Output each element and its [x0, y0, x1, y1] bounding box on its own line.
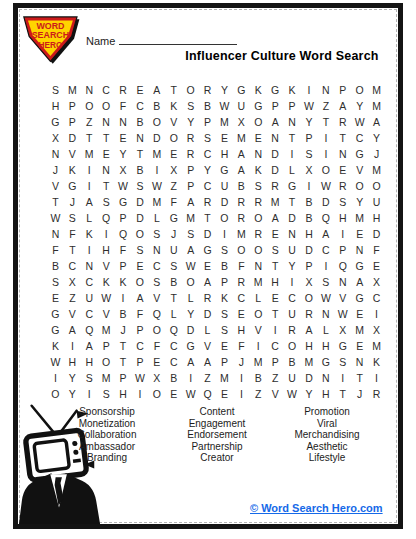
grid-cell[interactable]: M [148, 194, 165, 210]
grid-cell[interactable]: O [317, 162, 334, 178]
grid-cell[interactable]: G [47, 322, 64, 338]
grid-cell[interactable]: E [267, 290, 284, 306]
grid-cell[interactable]: A [368, 114, 385, 130]
grid-cell[interactable]: N [98, 162, 115, 178]
grid-cell[interactable]: I [131, 386, 148, 402]
grid-cell[interactable]: N [334, 146, 351, 162]
grid-cell[interactable]: P [267, 354, 284, 370]
grid-cell[interactable]: I [300, 82, 317, 98]
grid-cell[interactable]: B [216, 258, 233, 274]
grid-cell[interactable]: K [115, 274, 132, 290]
grid-cell[interactable]: W [284, 386, 301, 402]
grid-cell[interactable]: X [368, 274, 385, 290]
grid-cell[interactable]: U [216, 178, 233, 194]
grid-cell[interactable]: T [317, 114, 334, 130]
grid-cell[interactable]: M [233, 226, 250, 242]
grid-cell[interactable]: E [351, 306, 368, 322]
grid-cell[interactable]: H [317, 338, 334, 354]
grid-cell[interactable]: B [284, 354, 301, 370]
grid-cell[interactable]: T [284, 130, 301, 146]
grid-cell[interactable]: G [351, 258, 368, 274]
grid-cell[interactable]: L [199, 322, 216, 338]
grid-cell[interactable]: I [368, 370, 385, 386]
grid-cell[interactable]: N [351, 242, 368, 258]
grid-cell[interactable]: V [64, 146, 81, 162]
grid-cell[interactable]: U [81, 290, 98, 306]
grid-cell[interactable]: S [131, 178, 148, 194]
grid-cell[interactable]: T [165, 82, 182, 98]
grid-cell[interactable]: K [81, 226, 98, 242]
grid-cell[interactable]: N [250, 258, 267, 274]
grid-cell[interactable]: D [267, 146, 284, 162]
grid-cell[interactable]: Z [64, 290, 81, 306]
grid-cell[interactable]: P [115, 210, 132, 226]
grid-cell[interactable]: E [334, 162, 351, 178]
grid-cell[interactable]: Q [334, 258, 351, 274]
grid-cell[interactable]: R [199, 194, 216, 210]
grid-cell[interactable]: N [131, 130, 148, 146]
grid-cell[interactable]: K [165, 98, 182, 114]
grid-cell[interactable]: G [334, 338, 351, 354]
grid-cell[interactable]: C [317, 242, 334, 258]
grid-cell[interactable]: M [368, 98, 385, 114]
grid-cell[interactable]: F [368, 242, 385, 258]
grid-cell[interactable]: R [250, 194, 267, 210]
grid-cell[interactable]: I [317, 146, 334, 162]
grid-cell[interactable]: C [284, 290, 301, 306]
grid-cell[interactable]: U [284, 242, 301, 258]
grid-cell[interactable]: N [115, 114, 132, 130]
grid-cell[interactable]: W [334, 306, 351, 322]
grid-cell[interactable]: S [165, 258, 182, 274]
grid-cell[interactable]: P [216, 354, 233, 370]
grid-cell[interactable]: B [131, 162, 148, 178]
grid-cell[interactable]: H [216, 146, 233, 162]
grid-cell[interactable]: P [182, 178, 199, 194]
grid-cell[interactable]: A [233, 162, 250, 178]
grid-cell[interactable]: M [81, 146, 98, 162]
grid-cell[interactable]: C [81, 306, 98, 322]
grid-cell[interactable]: N [284, 226, 301, 242]
grid-cell[interactable]: O [368, 178, 385, 194]
grid-cell[interactable]: T [64, 242, 81, 258]
grid-cell[interactable]: S [182, 98, 199, 114]
grid-cell[interactable]: E [216, 130, 233, 146]
grid-cell[interactable]: C [64, 258, 81, 274]
grid-cell[interactable]: E [368, 258, 385, 274]
grid-cell[interactable]: O [182, 274, 199, 290]
grid-cell[interactable]: M [250, 354, 267, 370]
grid-cell[interactable]: N [317, 82, 334, 98]
grid-cell[interactable]: S [64, 210, 81, 226]
grid-cell[interactable]: G [267, 82, 284, 98]
grid-cell[interactable]: N [148, 242, 165, 258]
grid-cell[interactable]: C [131, 338, 148, 354]
grid-cell[interactable]: I [284, 274, 301, 290]
grid-cell[interactable]: I [368, 306, 385, 322]
grid-cell[interactable]: I [250, 338, 267, 354]
grid-cell[interactable]: X [368, 322, 385, 338]
grid-cell[interactable]: G [47, 114, 64, 130]
grid-cell[interactable]: D [317, 194, 334, 210]
grid-cell[interactable]: B [148, 98, 165, 114]
grid-cell[interactable]: N [317, 306, 334, 322]
grid-cell[interactable]: F [64, 226, 81, 242]
grid-cell[interactable]: D [182, 322, 199, 338]
grid-cell[interactable]: L [148, 210, 165, 226]
grid-cell[interactable]: L [284, 162, 301, 178]
grid-cell[interactable]: G [351, 146, 368, 162]
grid-cell[interactable]: A [182, 354, 199, 370]
grid-cell[interactable]: N [351, 354, 368, 370]
grid-cell[interactable]: A [317, 226, 334, 242]
grid-cell[interactable]: S [131, 242, 148, 258]
grid-cell[interactable]: R [182, 146, 199, 162]
grid-cell[interactable]: M [98, 322, 115, 338]
grid-cell[interactable]: O [182, 82, 199, 98]
grid-cell[interactable]: A [334, 98, 351, 114]
grid-cell[interactable]: O [250, 242, 267, 258]
grid-cell[interactable]: S [334, 354, 351, 370]
grid-cell[interactable]: R [233, 210, 250, 226]
grid-cell[interactable]: N [47, 146, 64, 162]
grid-cell[interactable]: V [199, 338, 216, 354]
grid-cell[interactable]: E [165, 146, 182, 162]
grid-cell[interactable]: O [216, 210, 233, 226]
grid-cell[interactable]: C [131, 98, 148, 114]
grid-cell[interactable]: P [98, 338, 115, 354]
grid-cell[interactable]: B [300, 194, 317, 210]
grid-cell[interactable]: M [368, 82, 385, 98]
grid-cell[interactable]: A [199, 354, 216, 370]
grid-cell[interactable]: C [351, 130, 368, 146]
grid-cell[interactable]: H [233, 322, 250, 338]
grid-cell[interactable]: Y [182, 306, 199, 322]
grid-cell[interactable]: G [47, 306, 64, 322]
grid-cell[interactable]: W [351, 114, 368, 130]
grid-cell[interactable]: G [115, 194, 132, 210]
grid-cell[interactable]: M [216, 370, 233, 386]
grid-cell[interactable]: Y [284, 258, 301, 274]
grid-cell[interactable]: M [300, 354, 317, 370]
grid-cell[interactable]: O [284, 338, 301, 354]
grid-cell[interactable]: W [115, 178, 132, 194]
grid-cell[interactable]: U [284, 306, 301, 322]
grid-cell[interactable]: D [131, 194, 148, 210]
grid-cell[interactable]: Z [81, 114, 98, 130]
grid-cell[interactable]: C [165, 354, 182, 370]
grid-cell[interactable]: J [368, 146, 385, 162]
grid-cell[interactable]: I [334, 226, 351, 242]
grid-cell[interactable]: Q [98, 210, 115, 226]
grid-cell[interactable]: D [216, 194, 233, 210]
grid-cell[interactable]: O [148, 322, 165, 338]
grid-cell[interactable]: Z [250, 386, 267, 402]
grid-cell[interactable]: D [284, 210, 301, 226]
grid-cell[interactable]: I [81, 178, 98, 194]
grid-cell[interactable]: A [81, 338, 98, 354]
grid-cell[interactable]: J [233, 354, 250, 370]
grid-cell[interactable]: N [81, 258, 98, 274]
grid-cell[interactable]: O [148, 386, 165, 402]
grid-cell[interactable]: E [351, 338, 368, 354]
grid-cell[interactable]: F [233, 338, 250, 354]
grid-cell[interactable]: X [334, 322, 351, 338]
grid-cell[interactable]: P [334, 82, 351, 98]
grid-cell[interactable]: R [267, 178, 284, 194]
grid-cell[interactable]: A [300, 322, 317, 338]
grid-cell[interactable]: R [233, 194, 250, 210]
grid-cell[interactable]: V [148, 290, 165, 306]
grid-cell[interactable]: S [334, 194, 351, 210]
grid-cell[interactable]: D [267, 162, 284, 178]
grid-cell[interactable]: S [148, 274, 165, 290]
grid-cell[interactable]: E [98, 146, 115, 162]
grid-cell[interactable]: B [115, 306, 132, 322]
grid-cell[interactable]: M [351, 322, 368, 338]
grid-cell[interactable]: X [300, 162, 317, 178]
grid-cell[interactable]: O [165, 130, 182, 146]
grid-cell[interactable]: G [199, 242, 216, 258]
grid-cell[interactable]: W [98, 290, 115, 306]
grid-cell[interactable]: R [284, 322, 301, 338]
grid-cell[interactable]: Y [300, 114, 317, 130]
grid-cell[interactable]: T [98, 178, 115, 194]
grid-cell[interactable]: G [250, 98, 267, 114]
grid-cell[interactable]: F [115, 98, 132, 114]
grid-cell[interactable]: I [216, 226, 233, 242]
grid-cell[interactable]: Y [115, 146, 132, 162]
grid-cell[interactable]: P [115, 370, 132, 386]
grid-cell[interactable]: W [47, 210, 64, 226]
grid-cell[interactable]: V [250, 322, 267, 338]
grid-cell[interactable]: C [98, 82, 115, 98]
grid-cell[interactable]: J [115, 322, 132, 338]
grid-cell[interactable]: E [131, 258, 148, 274]
grid-cell[interactable]: K [368, 354, 385, 370]
grid-cell[interactable]: A [182, 194, 199, 210]
grid-cell[interactable]: F [233, 258, 250, 274]
grid-cell[interactable]: K [216, 290, 233, 306]
grid-cell[interactable]: W [131, 370, 148, 386]
grid-cell[interactable]: A [267, 114, 284, 130]
grid-cell[interactable]: H [368, 210, 385, 226]
grid-cell[interactable]: B [165, 370, 182, 386]
grid-cell[interactable]: B [131, 114, 148, 130]
grid-cell[interactable]: A [351, 274, 368, 290]
grid-cell[interactable]: R [199, 82, 216, 98]
grid-cell[interactable]: D [148, 130, 165, 146]
grid-cell[interactable]: Q [165, 322, 182, 338]
grid-cell[interactable]: V [165, 114, 182, 130]
grid-cell[interactable]: E [233, 306, 250, 322]
grid-cell[interactable]: T [115, 338, 132, 354]
grid-cell[interactable]: H [300, 338, 317, 354]
grid-cell[interactable]: Q [81, 322, 98, 338]
grid-cell[interactable]: C [199, 178, 216, 194]
grid-cell[interactable]: L [182, 290, 199, 306]
grid-cell[interactable]: T [165, 290, 182, 306]
grid-cell[interactable]: P [300, 130, 317, 146]
grid-cell[interactable]: H [115, 386, 132, 402]
grid-cell[interactable]: Q [115, 226, 132, 242]
grid-cell[interactable]: I [267, 322, 284, 338]
grid-cell[interactable]: A [267, 210, 284, 226]
grid-cell[interactable]: B [233, 178, 250, 194]
grid-cell[interactable]: M [351, 210, 368, 226]
grid-cell[interactable]: O [131, 226, 148, 242]
grid-cell[interactable]: H [317, 386, 334, 402]
grid-cell[interactable]: P [115, 258, 132, 274]
grid-cell[interactable]: O [250, 306, 267, 322]
grid-cell[interactable]: I [64, 338, 81, 354]
grid-cell[interactable]: P [199, 114, 216, 130]
grid-cell[interactable]: R [233, 274, 250, 290]
grid-cell[interactable]: E [131, 82, 148, 98]
grid-cell[interactable]: F [148, 338, 165, 354]
grid-cell[interactable]: M [64, 82, 81, 98]
grid-cell[interactable]: G [165, 210, 182, 226]
grid-cell[interactable]: M [368, 162, 385, 178]
grid-cell[interactable]: M [216, 114, 233, 130]
grid-cell[interactable]: B [300, 210, 317, 226]
grid-cell[interactable]: Y [182, 114, 199, 130]
grid-cell[interactable]: M [368, 338, 385, 354]
grid-cell[interactable]: C [81, 274, 98, 290]
word-search-hero-link[interactable]: © Word Search Hero.com [250, 502, 383, 514]
grid-cell[interactable]: S [148, 226, 165, 242]
grid-cell[interactable]: O [98, 98, 115, 114]
grid-cell[interactable]: P [216, 274, 233, 290]
grid-cell[interactable]: Z [267, 370, 284, 386]
grid-cell[interactable]: N [334, 274, 351, 290]
grid-cell[interactable]: D [368, 226, 385, 242]
grid-cell[interactable]: L [165, 306, 182, 322]
grid-cell[interactable]: F [47, 242, 64, 258]
grid-cell[interactable]: T [115, 354, 132, 370]
grid-cell[interactable]: O [81, 98, 98, 114]
grid-cell[interactable]: K [47, 338, 64, 354]
grid-cell[interactable]: I [300, 178, 317, 194]
grid-cell[interactable]: H [64, 354, 81, 370]
grid-cell[interactable]: Y [300, 386, 317, 402]
grid-cell[interactable]: Y [351, 98, 368, 114]
grid-cell[interactable]: M [267, 194, 284, 210]
grid-cell[interactable]: K [98, 274, 115, 290]
grid-cell[interactable]: R [115, 82, 132, 98]
grid-cell[interactable]: D [199, 226, 216, 242]
grid-cell[interactable]: G [317, 354, 334, 370]
grid-cell[interactable]: G [64, 178, 81, 194]
grid-cell[interactable]: X [165, 162, 182, 178]
grid-cell[interactable]: O [250, 114, 267, 130]
grid-cell[interactable]: S [98, 386, 115, 402]
grid-cell[interactable]: E [199, 258, 216, 274]
grid-cell[interactable]: I [284, 146, 301, 162]
grid-cell[interactable]: Q [199, 386, 216, 402]
grid-cell[interactable]: E [47, 290, 64, 306]
grid-cell[interactable]: B [199, 98, 216, 114]
grid-cell[interactable]: E [216, 386, 233, 402]
grid-cell[interactable]: V [334, 290, 351, 306]
grid-cell[interactable]: N [250, 146, 267, 162]
grid-cell[interactable]: S [216, 306, 233, 322]
grid-cell[interactable]: J [351, 386, 368, 402]
grid-cell[interactable]: N [284, 114, 301, 130]
grid-cell[interactable]: X [300, 274, 317, 290]
grid-cell[interactable]: P [182, 162, 199, 178]
grid-cell[interactable]: S [216, 242, 233, 258]
grid-cell[interactable]: O [300, 290, 317, 306]
grid-cell[interactable]: N [267, 130, 284, 146]
grid-cell[interactable]: L [250, 290, 267, 306]
grid-cell[interactable]: Z [165, 178, 182, 194]
grid-cell[interactable]: X [115, 162, 132, 178]
grid-cell[interactable]: F [165, 194, 182, 210]
grid-cell[interactable]: G [351, 290, 368, 306]
grid-cell[interactable]: B [165, 274, 182, 290]
grid-cell[interactable]: Z [199, 370, 216, 386]
grid-cell[interactable]: W [317, 290, 334, 306]
grid-cell[interactable]: A [64, 322, 81, 338]
grid-cell[interactable]: I [47, 370, 64, 386]
grid-cell[interactable]: K [284, 82, 301, 98]
grid-cell[interactable]: X [64, 274, 81, 290]
grid-cell[interactable]: R [334, 114, 351, 130]
grid-cell[interactable]: S [250, 178, 267, 194]
grid-cell[interactable]: R [334, 178, 351, 194]
grid-cell[interactable]: L [317, 322, 334, 338]
grid-cell[interactable]: P [131, 322, 148, 338]
grid-cell[interactable]: H [334, 210, 351, 226]
grid-cell[interactable]: C [165, 338, 182, 354]
grid-cell[interactable]: M [182, 210, 199, 226]
grid-cell[interactable]: T [267, 306, 284, 322]
grid-cell[interactable]: M [148, 146, 165, 162]
grid-cell[interactable]: V [98, 306, 115, 322]
grid-cell[interactable]: P [334, 242, 351, 258]
grid-cell[interactable]: Y [64, 370, 81, 386]
grid-cell[interactable]: X [233, 114, 250, 130]
grid-cell[interactable]: X [148, 370, 165, 386]
grid-cell[interactable]: M [98, 370, 115, 386]
grid-cell[interactable]: D [199, 306, 216, 322]
grid-cell[interactable]: J [165, 226, 182, 242]
grid-cell[interactable]: G [233, 82, 250, 98]
grid-cell[interactable]: D [131, 210, 148, 226]
grid-cell[interactable]: S [81, 370, 98, 386]
grid-cell[interactable]: S [182, 226, 199, 242]
grid-cell[interactable]: I [148, 162, 165, 178]
grid-cell[interactable]: W [47, 354, 64, 370]
grid-cell[interactable]: Y [64, 386, 81, 402]
grid-cell[interactable]: P [284, 98, 301, 114]
grid-cell[interactable]: R [368, 386, 385, 402]
grid-cell[interactable]: H [300, 226, 317, 242]
grid-cell[interactable]: T [47, 194, 64, 210]
grid-cell[interactable]: O [351, 82, 368, 98]
grid-cell[interactable]: L [81, 210, 98, 226]
grid-cell[interactable]: O [98, 354, 115, 370]
grid-cell[interactable]: W [300, 98, 317, 114]
grid-cell[interactable]: G [284, 178, 301, 194]
grid-cell[interactable]: F [131, 306, 148, 322]
grid-cell[interactable]: Y [368, 130, 385, 146]
grid-cell[interactable]: S [216, 322, 233, 338]
grid-cell[interactable]: X [47, 130, 64, 146]
grid-cell[interactable]: E [250, 130, 267, 146]
grid-cell[interactable]: H [47, 98, 64, 114]
